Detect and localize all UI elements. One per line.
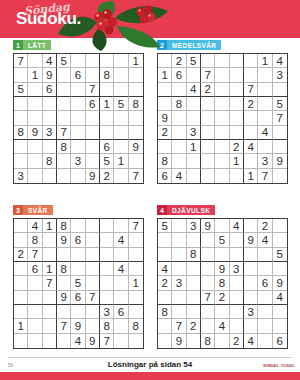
sudoku-cell-r4c2[interactable] xyxy=(172,262,186,276)
sudoku-cell-r1c6[interactable]: 4 xyxy=(230,219,244,233)
sudoku-cell-r5c6[interactable] xyxy=(86,111,100,125)
sudoku-cell-r5c7[interactable] xyxy=(244,111,258,125)
sudoku-cell-r2c9[interactable] xyxy=(129,68,143,82)
sudoku-cell-r9c1[interactable]: 6 xyxy=(158,169,172,183)
sudoku-cell-r6c2[interactable] xyxy=(172,291,186,305)
sudoku-cell-r6c3[interactable]: 3 xyxy=(187,126,201,140)
sudoku-cell-r6c4[interactable]: 9 xyxy=(57,291,71,305)
sudoku-cell-r1c4[interactable]: 9 xyxy=(201,219,215,233)
sudoku-cell-r9c6[interactable] xyxy=(230,169,244,183)
sudoku-cell-r8c1[interactable]: 1 xyxy=(14,319,28,333)
sudoku-cell-r3c6[interactable] xyxy=(86,248,100,262)
sudoku-cell-r5c5[interactable]: 8 xyxy=(215,276,229,290)
sudoku-cell-r1c1[interactable] xyxy=(158,54,172,68)
sudoku-cell-r3c9[interactable] xyxy=(129,83,143,97)
sudoku-cell-r5c3[interactable] xyxy=(187,276,201,290)
sudoku-cell-r5c5[interactable]: 5 xyxy=(71,276,85,290)
sudoku-cell-r6c9[interactable] xyxy=(273,126,287,140)
sudoku-cell-r1c3[interactable]: 4 xyxy=(43,54,57,68)
sudoku-cell-r1c5[interactable] xyxy=(71,54,85,68)
sudoku-cell-r4c2[interactable]: 8 xyxy=(172,97,186,111)
sudoku-cell-r1c9[interactable]: 1 xyxy=(129,54,143,68)
sudoku-cell-r7c1[interactable] xyxy=(158,140,172,154)
sudoku-cell-r8c6[interactable] xyxy=(86,319,100,333)
sudoku-cell-r1c1[interactable]: 5 xyxy=(158,219,172,233)
sudoku-cell-r3c5[interactable] xyxy=(71,248,85,262)
sudoku-cell-r4c1[interactable] xyxy=(158,97,172,111)
sudoku-cell-r7c2[interactable] xyxy=(28,305,42,319)
sudoku-cell-r7c3[interactable] xyxy=(43,305,57,319)
sudoku-cell-r2c2[interactable]: 6 xyxy=(172,68,186,82)
sudoku-cell-r3c4[interactable] xyxy=(57,248,71,262)
sudoku-cell-r1c8[interactable]: 2 xyxy=(258,219,272,233)
sudoku-cell-r2c8[interactable]: 4 xyxy=(258,233,272,247)
sudoku-cell-r6c8[interactable]: 4 xyxy=(258,126,272,140)
sudoku-cell-r1c4[interactable]: 5 xyxy=(57,54,71,68)
sudoku-cell-r8c4[interactable] xyxy=(57,154,71,168)
sudoku-cell-r8c8[interactable]: 3 xyxy=(258,154,272,168)
sudoku-cell-r9c7[interactable]: 4 xyxy=(244,334,258,348)
sudoku-cell-r3c8[interactable] xyxy=(114,83,128,97)
sudoku-cell-r9c3[interactable] xyxy=(187,334,201,348)
sudoku-cell-r7c6[interactable] xyxy=(86,140,100,154)
sudoku-cell-r7c9[interactable] xyxy=(129,305,143,319)
sudoku-cell-r8c8[interactable] xyxy=(258,319,272,333)
sudoku-cell-r3c2[interactable] xyxy=(172,248,186,262)
sudoku-cell-r4c1[interactable]: 4 xyxy=(158,262,172,276)
sudoku-cell-r2c5[interactable] xyxy=(215,68,229,82)
sudoku-cell-r8c7[interactable] xyxy=(244,319,258,333)
sudoku-cell-r3c4[interactable] xyxy=(201,248,215,262)
sudoku-cell-r5c8[interactable] xyxy=(258,111,272,125)
sudoku-cell-r4c7[interactable] xyxy=(100,262,114,276)
sudoku-cell-r9c2[interactable] xyxy=(28,334,42,348)
sudoku-cell-r9c9[interactable]: 6 xyxy=(273,334,287,348)
sudoku-cell-r1c1[interactable]: 7 xyxy=(14,54,28,68)
sudoku-cell-r6c3[interactable]: 3 xyxy=(43,126,57,140)
sudoku-cell-r4c6[interactable] xyxy=(86,262,100,276)
sudoku-cell-r7c7[interactable]: 3 xyxy=(244,305,258,319)
sudoku-cell-r6c5[interactable]: 2 xyxy=(215,291,229,305)
sudoku-cell-r3c7[interactable] xyxy=(100,83,114,97)
sudoku-cell-r8c6[interactable] xyxy=(230,319,244,333)
sudoku-cell-r9c5[interactable] xyxy=(215,334,229,348)
sudoku-cell-r1c8[interactable] xyxy=(114,219,128,233)
sudoku-cell-r5c9[interactable]: 9 xyxy=(273,276,287,290)
sudoku-cell-r8c3[interactable]: 2 xyxy=(187,319,201,333)
sudoku-cell-r5c9[interactable]: 7 xyxy=(273,111,287,125)
sudoku-cell-r3c1[interactable]: 5 xyxy=(14,83,28,97)
sudoku-cell-r7c8[interactable] xyxy=(258,140,272,154)
sudoku-cell-r7c4[interactable] xyxy=(201,140,215,154)
sudoku-cell-r2c5[interactable]: 6 xyxy=(71,233,85,247)
sudoku-cell-r2c4[interactable] xyxy=(201,233,215,247)
sudoku-cell-r2c8[interactable] xyxy=(114,68,128,82)
sudoku-cell-r3c9[interactable] xyxy=(273,83,287,97)
sudoku-cell-r8c6[interactable]: 1 xyxy=(230,154,244,168)
sudoku-cell-r4c7[interactable] xyxy=(244,262,258,276)
sudoku-cell-r5c3[interactable]: 7 xyxy=(43,276,57,290)
sudoku-cell-r3c4[interactable] xyxy=(57,83,71,97)
sudoku-cell-r7c1[interactable] xyxy=(14,140,28,154)
sudoku-cell-r5c6[interactable] xyxy=(230,276,244,290)
sudoku-cell-r7c7[interactable]: 3 xyxy=(100,305,114,319)
sudoku-cell-r9c7[interactable]: 7 xyxy=(100,334,114,348)
sudoku-cell-r7c3[interactable]: 1 xyxy=(187,140,201,154)
sudoku-cell-r3c3[interactable]: 8 xyxy=(187,248,201,262)
sudoku-cell-r8c9[interactable] xyxy=(273,319,287,333)
sudoku-cell-r4c7[interactable]: 1 xyxy=(100,97,114,111)
sudoku-cell-r1c8[interactable] xyxy=(114,54,128,68)
sudoku-cell-r6c5[interactable] xyxy=(71,126,85,140)
sudoku-cell-r4c3[interactable] xyxy=(43,97,57,111)
sudoku-cell-r6c1[interactable]: 8 xyxy=(14,126,28,140)
sudoku-cell-r5c8[interactable] xyxy=(114,111,128,125)
sudoku-cell-r2c6[interactable] xyxy=(86,233,100,247)
sudoku-cell-r2c7[interactable] xyxy=(244,68,258,82)
sudoku-cell-r8c2[interactable] xyxy=(172,154,186,168)
sudoku-cell-r4c8[interactable] xyxy=(258,97,272,111)
sudoku-cell-r7c2[interactable] xyxy=(172,305,186,319)
sudoku-cell-r2c3[interactable] xyxy=(43,233,57,247)
sudoku-cell-r1c2[interactable]: 2 xyxy=(172,54,186,68)
sudoku-cell-r9c3[interactable] xyxy=(43,334,57,348)
sudoku-cell-r3c5[interactable] xyxy=(215,248,229,262)
sudoku-cell-r7c6[interactable] xyxy=(86,305,100,319)
sudoku-cell-r1c7[interactable] xyxy=(244,219,258,233)
sudoku-cell-r9c1[interactable] xyxy=(14,334,28,348)
sudoku-cell-r1c4[interactable] xyxy=(201,54,215,68)
sudoku-cell-r9c8[interactable]: 7 xyxy=(258,169,272,183)
sudoku-cell-r2c7[interactable]: 9 xyxy=(244,233,258,247)
sudoku-cell-r7c4[interactable] xyxy=(201,305,215,319)
sudoku-cell-r9c4[interactable]: 8 xyxy=(201,334,215,348)
sudoku-cell-r4c4[interactable]: 8 xyxy=(57,262,71,276)
sudoku-cell-r2c5[interactable]: 5 xyxy=(215,233,229,247)
sudoku-cell-r9c6[interactable]: 9 xyxy=(86,334,100,348)
sudoku-cell-r1c3[interactable]: 3 xyxy=(187,219,201,233)
sudoku-cell-r8c7[interactable]: 5 xyxy=(100,154,114,168)
sudoku-cell-r4c3[interactable] xyxy=(187,262,201,276)
sudoku-cell-r3c7[interactable] xyxy=(244,248,258,262)
sudoku-cell-r2c1[interactable] xyxy=(14,68,28,82)
sudoku-cell-r3c5[interactable] xyxy=(71,83,85,97)
sudoku-cell-r9c4[interactable] xyxy=(57,169,71,183)
sudoku-cell-r8c9[interactable]: 8 xyxy=(129,319,143,333)
sudoku-cell-r2c1[interactable] xyxy=(14,233,28,247)
sudoku-cell-r5c2[interactable] xyxy=(172,111,186,125)
sudoku-cell-r7c4[interactable] xyxy=(57,305,71,319)
sudoku-cell-r8c9[interactable]: 9 xyxy=(273,154,287,168)
sudoku-cell-r1c2[interactable] xyxy=(28,54,42,68)
sudoku-cell-r1c5[interactable] xyxy=(71,219,85,233)
sudoku-cell-r4c5[interactable]: 9 xyxy=(215,262,229,276)
sudoku-cell-r8c7[interactable] xyxy=(244,154,258,168)
sudoku-cell-r6c7[interactable] xyxy=(100,291,114,305)
sudoku-cell-r8c8[interactable]: 1 xyxy=(114,154,128,168)
sudoku-cell-r9c8[interactable] xyxy=(114,334,128,348)
sudoku-cell-r4c5[interactable] xyxy=(71,262,85,276)
sudoku-cell-r2c8[interactable]: 4 xyxy=(114,233,128,247)
sudoku-cell-r3c6[interactable]: 7 xyxy=(86,83,100,97)
sudoku-cell-r9c2[interactable] xyxy=(28,169,42,183)
sudoku-cell-r1c7[interactable] xyxy=(100,54,114,68)
sudoku-cell-r6c7[interactable] xyxy=(244,126,258,140)
sudoku-cell-r2c3[interactable] xyxy=(187,233,201,247)
sudoku-cell-r6c6[interactable]: 7 xyxy=(86,291,100,305)
sudoku-cell-r8c1[interactable]: 8 xyxy=(158,154,172,168)
sudoku-cell-r6c3[interactable] xyxy=(187,291,201,305)
sudoku-cell-r1c5[interactable] xyxy=(215,54,229,68)
sudoku-cell-r2c2[interactable] xyxy=(172,233,186,247)
sudoku-cell-r2c3[interactable]: 9 xyxy=(43,68,57,82)
sudoku-cell-r9c9[interactable]: 7 xyxy=(129,169,143,183)
sudoku-cell-r9c1[interactable] xyxy=(158,334,172,348)
sudoku-cell-r7c3[interactable] xyxy=(187,305,201,319)
sudoku-cell-r9c4[interactable] xyxy=(201,169,215,183)
sudoku-cell-r2c7[interactable] xyxy=(100,233,114,247)
sudoku-cell-r4c1[interactable] xyxy=(14,262,28,276)
sudoku-cell-r2c2[interactable]: 1 xyxy=(28,68,42,82)
sudoku-cell-r6c8[interactable] xyxy=(114,126,128,140)
sudoku-cell-r5c1[interactable] xyxy=(14,276,28,290)
sudoku-cell-r9c1[interactable]: 3 xyxy=(14,169,28,183)
sudoku-cell-r5c4[interactable] xyxy=(57,276,71,290)
sudoku-cell-r9c3[interactable] xyxy=(43,169,57,183)
sudoku-cell-r3c4[interactable]: 2 xyxy=(201,83,215,97)
sudoku-cell-r2c4[interactable]: 9 xyxy=(57,233,71,247)
sudoku-cell-r2c9[interactable] xyxy=(273,233,287,247)
sudoku-cell-r4c9[interactable]: 5 xyxy=(273,97,287,111)
sudoku-cell-r9c8[interactable] xyxy=(258,334,272,348)
sudoku-cell-r2c6[interactable] xyxy=(86,68,100,82)
sudoku-cell-r6c7[interactable] xyxy=(244,291,258,305)
sudoku-cell-r2c5[interactable]: 6 xyxy=(71,68,85,82)
sudoku-cell-r8c8[interactable] xyxy=(114,319,128,333)
sudoku-cell-r7c2[interactable] xyxy=(172,140,186,154)
sudoku-cell-r8c3[interactable]: 8 xyxy=(43,154,57,168)
sudoku-cell-r9c7[interactable]: 1 xyxy=(244,169,258,183)
sudoku-cell-r8c3[interactable] xyxy=(187,154,201,168)
sudoku-cell-r7c1[interactable]: 8 xyxy=(158,305,172,319)
sudoku-cell-r8c1[interactable] xyxy=(158,319,172,333)
sudoku-cell-r1c1[interactable] xyxy=(14,219,28,233)
sudoku-cell-r4c8[interactable] xyxy=(258,262,272,276)
sudoku-cell-r7c1[interactable] xyxy=(14,305,28,319)
sudoku-cell-r7c5[interactable] xyxy=(215,140,229,154)
sudoku-cell-r7c2[interactable] xyxy=(28,140,42,154)
sudoku-cell-r4c9[interactable] xyxy=(129,262,143,276)
sudoku-cell-r5c7[interactable] xyxy=(100,111,114,125)
sudoku-cell-r4c4[interactable] xyxy=(57,97,71,111)
sudoku-cell-r6c5[interactable] xyxy=(215,126,229,140)
sudoku-cell-r5c4[interactable] xyxy=(201,111,215,125)
sudoku-cell-r3c3[interactable]: 4 xyxy=(187,83,201,97)
sudoku-cell-r9c5[interactable] xyxy=(215,169,229,183)
sudoku-cell-r5c9[interactable]: 1 xyxy=(129,276,143,290)
sudoku-cell-r6c2[interactable]: 9 xyxy=(28,126,42,140)
sudoku-cell-r4c7[interactable]: 2 xyxy=(244,97,258,111)
sudoku-cell-r5c8[interactable] xyxy=(114,276,128,290)
sudoku-cell-r5c5[interactable] xyxy=(71,111,85,125)
sudoku-cell-r2c4[interactable] xyxy=(57,68,71,82)
sudoku-cell-r8c2[interactable] xyxy=(28,319,42,333)
sudoku-cell-r1c3[interactable]: 5 xyxy=(187,54,201,68)
sudoku-cell-r2c7[interactable]: 8 xyxy=(100,68,114,82)
sudoku-cell-r9c9[interactable] xyxy=(273,169,287,183)
sudoku-cell-r3c5[interactable] xyxy=(215,83,229,97)
sudoku-cell-r7c7[interactable]: 4 xyxy=(244,140,258,154)
sudoku-cell-r2c1[interactable]: 1 xyxy=(158,68,172,82)
sudoku-cell-r8c2[interactable] xyxy=(28,154,42,168)
sudoku-cell-r5c3[interactable] xyxy=(43,111,57,125)
sudoku-cell-r6c4[interactable] xyxy=(201,126,215,140)
sudoku-cell-r1c5[interactable] xyxy=(215,219,229,233)
sudoku-cell-r9c3[interactable] xyxy=(187,169,201,183)
sudoku-cell-r6c8[interactable] xyxy=(114,291,128,305)
sudoku-cell-r3c3[interactable] xyxy=(43,248,57,262)
sudoku-cell-r3c2[interactable] xyxy=(28,83,42,97)
sudoku-cell-r4c8[interactable]: 4 xyxy=(114,262,128,276)
sudoku-cell-r2c6[interactable] xyxy=(230,233,244,247)
sudoku-cell-r7c8[interactable]: 6 xyxy=(114,305,128,319)
sudoku-cell-r3c8[interactable] xyxy=(258,248,272,262)
sudoku-cell-r3c7[interactable]: 7 xyxy=(244,83,258,97)
sudoku-cell-r2c8[interactable] xyxy=(258,68,272,82)
sudoku-cell-r1c6[interactable] xyxy=(86,219,100,233)
sudoku-cell-r6c9[interactable]: 4 xyxy=(273,291,287,305)
sudoku-cell-r2c6[interactable] xyxy=(230,68,244,82)
sudoku-cell-r3c7[interactable] xyxy=(100,248,114,262)
sudoku-cell-r8c1[interactable] xyxy=(14,154,28,168)
sudoku-cell-r6c4[interactable]: 7 xyxy=(201,291,215,305)
sudoku-cell-r6c6[interactable] xyxy=(86,126,100,140)
sudoku-cell-r1c6[interactable] xyxy=(86,54,100,68)
sudoku-cell-r7c7[interactable]: 6 xyxy=(100,140,114,154)
sudoku-cell-r6c5[interactable]: 6 xyxy=(71,291,85,305)
sudoku-cell-r4c9[interactable]: 8 xyxy=(129,97,143,111)
sudoku-cell-r1c9[interactable] xyxy=(273,219,287,233)
sudoku-cell-r3c8[interactable] xyxy=(114,248,128,262)
sudoku-cell-r1c4[interactable]: 8 xyxy=(57,219,71,233)
sudoku-cell-r9c8[interactable] xyxy=(114,169,128,183)
sudoku-cell-r5c1[interactable]: 9 xyxy=(158,111,172,125)
sudoku-cell-r5c6[interactable] xyxy=(86,276,100,290)
sudoku-cell-r1c9[interactable]: 7 xyxy=(129,219,143,233)
sudoku-cell-r6c1[interactable]: 2 xyxy=(158,126,172,140)
sudoku-cell-r3c2[interactable] xyxy=(172,83,186,97)
sudoku-cell-r9c4[interactable] xyxy=(57,334,71,348)
sudoku-cell-r3c9[interactable]: 5 xyxy=(273,248,287,262)
sudoku-cell-r5c8[interactable]: 6 xyxy=(258,276,272,290)
sudoku-cell-r1c6[interactable] xyxy=(230,54,244,68)
sudoku-cell-r4c4[interactable] xyxy=(201,262,215,276)
sudoku-cell-r7c9[interactable]: 9 xyxy=(129,140,143,154)
sudoku-cell-r8c3[interactable] xyxy=(43,319,57,333)
sudoku-cell-r5c3[interactable] xyxy=(187,111,201,125)
sudoku-cell-r7c9[interactable] xyxy=(273,140,287,154)
sudoku-cell-r9c6[interactable]: 9 xyxy=(86,169,100,183)
sudoku-cell-r9c5[interactable] xyxy=(71,169,85,183)
sudoku-cell-r8c4[interactable]: 7 xyxy=(57,319,71,333)
sudoku-cell-r1c7[interactable] xyxy=(100,219,114,233)
sudoku-cell-r4c5[interactable] xyxy=(71,97,85,111)
sudoku-cell-r2c2[interactable]: 8 xyxy=(28,233,42,247)
sudoku-cell-r2c9[interactable] xyxy=(129,233,143,247)
sudoku-cell-r2c9[interactable]: 3 xyxy=(273,68,287,82)
sudoku-cell-r4c6[interactable]: 6 xyxy=(86,97,100,111)
sudoku-cell-r4c2[interactable]: 6 xyxy=(28,262,42,276)
sudoku-cell-r3c9[interactable] xyxy=(129,248,143,262)
sudoku-cell-r9c2[interactable]: 9 xyxy=(172,334,186,348)
sudoku-cell-r3c6[interactable] xyxy=(230,248,244,262)
sudoku-cell-r8c9[interactable] xyxy=(129,154,143,168)
sudoku-cell-r5c1[interactable] xyxy=(14,111,28,125)
sudoku-cell-r6c8[interactable] xyxy=(258,291,272,305)
sudoku-cell-r3c1[interactable]: 2 xyxy=(14,248,28,262)
sudoku-cell-r7c8[interactable] xyxy=(114,140,128,154)
sudoku-cell-r3c1[interactable] xyxy=(158,83,172,97)
sudoku-cell-r4c2[interactable] xyxy=(28,97,42,111)
sudoku-cell-r8c5[interactable]: 9 xyxy=(71,319,85,333)
sudoku-cell-r3c8[interactable] xyxy=(258,83,272,97)
sudoku-cell-r3c2[interactable]: 7 xyxy=(28,248,42,262)
sudoku-cell-r5c9[interactable] xyxy=(129,111,143,125)
sudoku-cell-r7c5[interactable] xyxy=(71,140,85,154)
sudoku-cell-r2c1[interactable] xyxy=(158,233,172,247)
sudoku-cell-r4c1[interactable] xyxy=(14,97,28,111)
sudoku-cell-r4c9[interactable] xyxy=(273,262,287,276)
sudoku-cell-r6c4[interactable]: 7 xyxy=(57,126,71,140)
sudoku-cell-r7c5[interactable] xyxy=(71,305,85,319)
sudoku-cell-r4c3[interactable] xyxy=(187,97,201,111)
sudoku-cell-r5c2[interactable] xyxy=(28,276,42,290)
sudoku-cell-r1c2[interactable] xyxy=(172,219,186,233)
sudoku-cell-r5c2[interactable]: 3 xyxy=(172,276,186,290)
sudoku-cell-r9c7[interactable]: 2 xyxy=(100,169,114,183)
sudoku-cell-r6c6[interactable] xyxy=(230,291,244,305)
sudoku-cell-r6c2[interactable] xyxy=(28,291,42,305)
sudoku-cell-r1c2[interactable]: 4 xyxy=(28,219,42,233)
sudoku-cell-r4c3[interactable]: 1 xyxy=(43,262,57,276)
sudoku-cell-r1c7[interactable] xyxy=(244,54,258,68)
sudoku-cell-r4c4[interactable] xyxy=(201,97,215,111)
sudoku-cell-r5c7[interactable] xyxy=(244,276,258,290)
sudoku-cell-r8c4[interactable] xyxy=(201,154,215,168)
sudoku-cell-r7c9[interactable] xyxy=(273,305,287,319)
sudoku-cell-r2c3[interactable] xyxy=(187,68,201,82)
sudoku-cell-r4c6[interactable] xyxy=(230,97,244,111)
sudoku-cell-r3c6[interactable] xyxy=(230,83,244,97)
sudoku-cell-r6c1[interactable] xyxy=(158,291,172,305)
sudoku-cell-r8c6[interactable] xyxy=(86,154,100,168)
sudoku-cell-r5c4[interactable] xyxy=(57,111,71,125)
sudoku-cell-r5c6[interactable] xyxy=(230,111,244,125)
sudoku-cell-r7c5[interactable] xyxy=(215,305,229,319)
sudoku-cell-r6c3[interactable] xyxy=(43,291,57,305)
sudoku-cell-r3c3[interactable]: 6 xyxy=(43,83,57,97)
sudoku-cell-r8c5[interactable] xyxy=(215,154,229,168)
sudoku-cell-r7c4[interactable]: 8 xyxy=(57,140,71,154)
sudoku-cell-r9c2[interactable]: 4 xyxy=(172,169,186,183)
sudoku-cell-r8c5[interactable]: 4 xyxy=(215,319,229,333)
sudoku-cell-r5c1[interactable]: 2 xyxy=(158,276,172,290)
sudoku-cell-r6c1[interactable] xyxy=(14,291,28,305)
sudoku-cell-r2c4[interactable]: 7 xyxy=(201,68,215,82)
sudoku-cell-r8c4[interactable] xyxy=(201,319,215,333)
sudoku-cell-r4c5[interactable] xyxy=(215,97,229,111)
sudoku-cell-r4c6[interactable]: 3 xyxy=(230,262,244,276)
